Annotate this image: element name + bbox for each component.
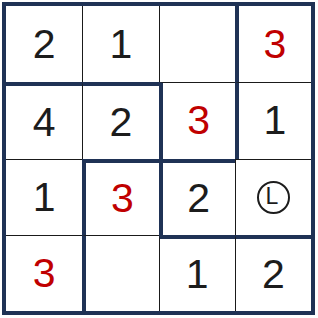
cell-r4c4[interactable]: 2 [235,235,311,311]
puzzle-canvas: 2134231132L312 [0,0,318,318]
puzzle-board: 2134231132L312 [2,2,315,315]
cell-value: 1 [186,254,209,295]
cell-r2c1[interactable]: 4 [6,82,82,158]
cell-r3c2[interactable]: 3 [82,159,158,235]
cell-r2c2[interactable]: 2 [82,82,158,158]
cell-value: 3 [187,100,210,141]
cell-value: 2 [187,178,210,219]
cell-value: 2 [33,24,56,65]
cell-r1c1[interactable]: 2 [6,6,82,82]
cell-r3c4[interactable]: L [235,159,311,235]
cell-r4c3[interactable]: 1 [159,235,235,311]
cell-value: 1 [263,100,286,141]
cell-value: 3 [111,178,134,219]
cell-r2c3[interactable]: 3 [159,82,235,158]
cell-r3c3[interactable]: 2 [159,159,235,235]
cell-value: 3 [263,24,286,65]
cell-value: 2 [262,254,285,295]
cell-value: 3 [33,253,56,294]
cell-value: 1 [109,24,132,65]
cell-r2c4[interactable]: 1 [235,82,311,158]
cell-r4c2[interactable] [82,235,158,311]
cell-r1c2[interactable]: 1 [82,6,158,82]
circled-letter-marker: L [257,181,290,214]
cell-r1c4[interactable]: 3 [235,6,311,82]
cell-value: 1 [33,177,56,218]
cell-r4c1[interactable]: 3 [6,235,82,311]
cell-r3c1[interactable]: 1 [6,159,82,235]
cell-r1c3[interactable] [159,6,235,82]
cell-value: 4 [33,102,56,143]
cell-value: 2 [109,102,132,143]
